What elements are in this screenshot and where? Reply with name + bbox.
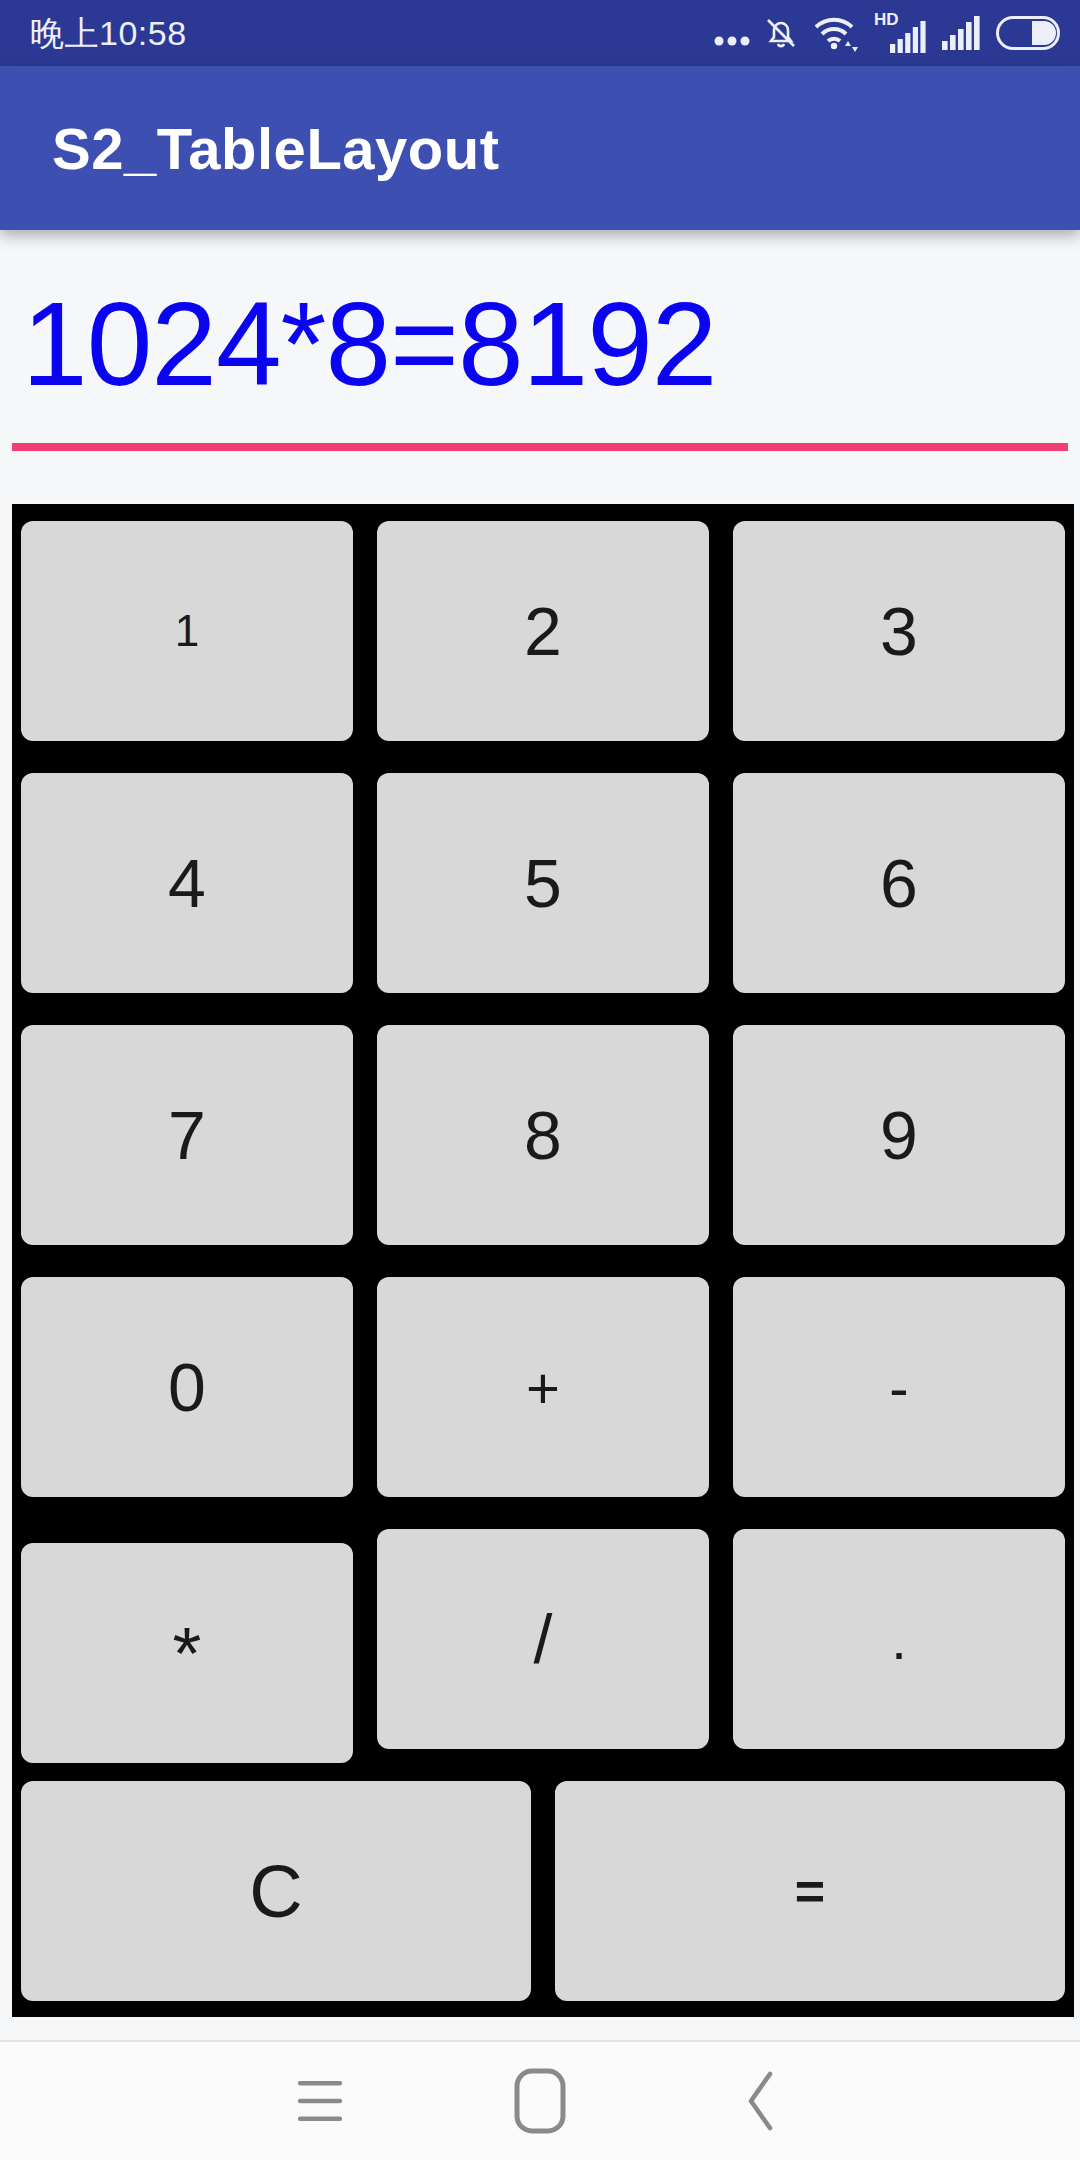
key-decimal[interactable]: . <box>733 1529 1065 1749</box>
key-multiply[interactable]: * <box>21 1543 353 1763</box>
navigation-bar <box>0 2040 1080 2160</box>
keypad-grid: 1 2 3 4 5 6 7 8 9 0 + - * / . C = <box>12 504 1074 2017</box>
notifications-muted-icon <box>764 16 798 50</box>
wifi-icon <box>812 13 860 53</box>
key-6[interactable]: 6 <box>733 773 1065 993</box>
page-title: S2_TableLayout <box>52 115 500 182</box>
key-3[interactable]: 3 <box>733 521 1065 741</box>
signal-sim2-icon <box>942 16 982 50</box>
signal-sim1-hd-icon: HD <box>874 11 928 55</box>
key-1[interactable]: 1 <box>21 521 353 741</box>
key-divide[interactable]: / <box>377 1529 709 1749</box>
clock: 晚上10:58 <box>30 11 187 57</box>
nav-menu-button[interactable] <box>210 2080 430 2122</box>
home-icon <box>514 2068 566 2134</box>
calculator-display: 1024*8=8192 <box>22 282 1068 407</box>
status-icons: HD <box>714 11 1060 55</box>
key-0[interactable]: 0 <box>21 1277 353 1497</box>
key-9[interactable]: 9 <box>733 1025 1065 1245</box>
key-equals[interactable]: = <box>555 1781 1065 2001</box>
app-bar: S2_TableLayout <box>0 66 1080 230</box>
phone-screen: 晚上10:58 HD <box>0 0 1080 2160</box>
display-underline <box>12 443 1068 451</box>
key-5[interactable]: 5 <box>377 773 709 993</box>
key-7[interactable]: 7 <box>21 1025 353 1245</box>
key-4[interactable]: 4 <box>21 773 353 993</box>
key-8[interactable]: 8 <box>377 1025 709 1245</box>
menu-icon <box>297 2080 343 2122</box>
key-minus[interactable]: - <box>733 1277 1065 1497</box>
back-icon <box>745 2069 775 2133</box>
more-notifications-icon <box>714 36 750 46</box>
battery-icon <box>996 16 1060 50</box>
status-bar: 晚上10:58 HD <box>0 0 1080 66</box>
nav-back-button[interactable] <box>650 2069 870 2133</box>
key-2[interactable]: 2 <box>377 521 709 741</box>
key-clear[interactable]: C <box>21 1781 531 2001</box>
key-plus[interactable]: + <box>377 1277 709 1497</box>
nav-home-button[interactable] <box>430 2068 650 2134</box>
